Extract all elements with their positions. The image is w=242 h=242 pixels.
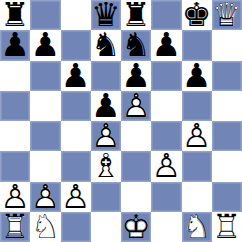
piece-black-knight[interactable]: ♞ <box>91 30 121 60</box>
square-d7[interactable]: ♞ <box>91 30 121 60</box>
square-h5[interactable] <box>212 91 242 121</box>
piece-white-queen[interactable]: ♛♕ <box>212 0 242 30</box>
piece-black-pawn[interactable]: ♟ <box>30 30 60 60</box>
square-a6[interactable] <box>0 61 30 91</box>
square-g8[interactable]: ♚ <box>182 0 212 30</box>
piece-white-bishop[interactable]: ♝♗ <box>91 151 121 181</box>
square-b4[interactable] <box>30 121 60 151</box>
square-b5[interactable] <box>30 91 60 121</box>
square-f6[interactable] <box>151 61 181 91</box>
square-a1[interactable]: ♜♖ <box>0 212 30 242</box>
black-pawn-glyph: ♟ <box>30 30 60 60</box>
square-g3[interactable] <box>182 151 212 181</box>
white-king-outline: ♔ <box>121 212 151 242</box>
white-knight-outline: ♘ <box>182 212 212 242</box>
square-h1[interactable]: ♜♖ <box>212 212 242 242</box>
white-knight-outline: ♘ <box>30 212 60 242</box>
piece-white-pawn[interactable]: ♟♙ <box>151 151 181 181</box>
square-c5[interactable] <box>61 91 91 121</box>
piece-black-king[interactable]: ♚ <box>182 0 212 30</box>
square-f3[interactable]: ♟♙ <box>151 151 181 181</box>
square-e1[interactable]: ♚♔ <box>121 212 151 242</box>
square-a7[interactable]: ♟ <box>0 30 30 60</box>
piece-white-knight[interactable]: ♞♘ <box>30 212 60 242</box>
white-bishop-outline: ♗ <box>91 151 121 181</box>
square-a5[interactable] <box>0 91 30 121</box>
square-e3[interactable] <box>121 151 151 181</box>
piece-black-pawn[interactable]: ♟ <box>151 30 181 60</box>
black-pawn-glyph: ♟ <box>0 30 30 60</box>
piece-black-pawn[interactable]: ♟ <box>182 61 212 91</box>
white-pawn-outline: ♙ <box>121 91 151 121</box>
piece-white-pawn[interactable]: ♟♙ <box>182 121 212 151</box>
square-b7[interactable]: ♟ <box>30 30 60 60</box>
square-d1[interactable] <box>91 212 121 242</box>
square-g4[interactable]: ♟♙ <box>182 121 212 151</box>
square-h3[interactable] <box>212 151 242 181</box>
black-pawn-glyph: ♟ <box>61 61 91 91</box>
square-c6[interactable]: ♟ <box>61 61 91 91</box>
square-f2[interactable] <box>151 182 181 212</box>
square-d2[interactable] <box>91 182 121 212</box>
square-g1[interactable]: ♞♘ <box>182 212 212 242</box>
black-pawn-glyph: ♟ <box>151 30 181 60</box>
white-pawn-outline: ♙ <box>61 182 91 212</box>
white-pawn-outline: ♙ <box>151 151 181 181</box>
square-b1[interactable]: ♞♘ <box>30 212 60 242</box>
square-d3[interactable]: ♝♗ <box>91 151 121 181</box>
piece-white-rook[interactable]: ♜♖ <box>0 212 30 242</box>
square-h4[interactable] <box>212 121 242 151</box>
square-h6[interactable] <box>212 61 242 91</box>
square-e5[interactable]: ♟♙ <box>121 91 151 121</box>
square-f5[interactable] <box>151 91 181 121</box>
square-f1[interactable] <box>151 212 181 242</box>
square-c2[interactable]: ♟♙ <box>61 182 91 212</box>
white-queen-outline: ♕ <box>212 0 242 30</box>
square-c4[interactable] <box>61 121 91 151</box>
chess-board: ♜♛♜♚♛♕♟♟♞♞♟♟♟♟♟♟♙♟♙♟♙♝♗♟♙♟♙♟♙♟♙♜♖♞♘♚♔♞♘♜… <box>0 0 242 242</box>
white-rook-outline: ♖ <box>0 212 30 242</box>
square-a4[interactable] <box>0 121 30 151</box>
square-h8[interactable]: ♛♕ <box>212 0 242 30</box>
square-e4[interactable] <box>121 121 151 151</box>
black-knight-glyph: ♞ <box>91 30 121 60</box>
white-rook-outline: ♖ <box>212 212 242 242</box>
square-g6[interactable]: ♟ <box>182 61 212 91</box>
piece-white-rook[interactable]: ♜♖ <box>212 212 242 242</box>
piece-white-pawn[interactable]: ♟♙ <box>121 91 151 121</box>
square-h7[interactable] <box>212 30 242 60</box>
white-pawn-outline: ♙ <box>182 121 212 151</box>
square-b6[interactable] <box>30 61 60 91</box>
square-c8[interactable] <box>61 0 91 30</box>
piece-white-knight[interactable]: ♞♘ <box>182 212 212 242</box>
black-king-glyph: ♚ <box>182 0 212 30</box>
square-c1[interactable] <box>61 212 91 242</box>
piece-black-pawn[interactable]: ♟ <box>61 61 91 91</box>
piece-black-pawn[interactable]: ♟ <box>0 30 30 60</box>
black-pawn-glyph: ♟ <box>182 61 212 91</box>
piece-white-pawn[interactable]: ♟♙ <box>61 182 91 212</box>
piece-white-king[interactable]: ♚♔ <box>121 212 151 242</box>
square-f7[interactable]: ♟ <box>151 30 181 60</box>
